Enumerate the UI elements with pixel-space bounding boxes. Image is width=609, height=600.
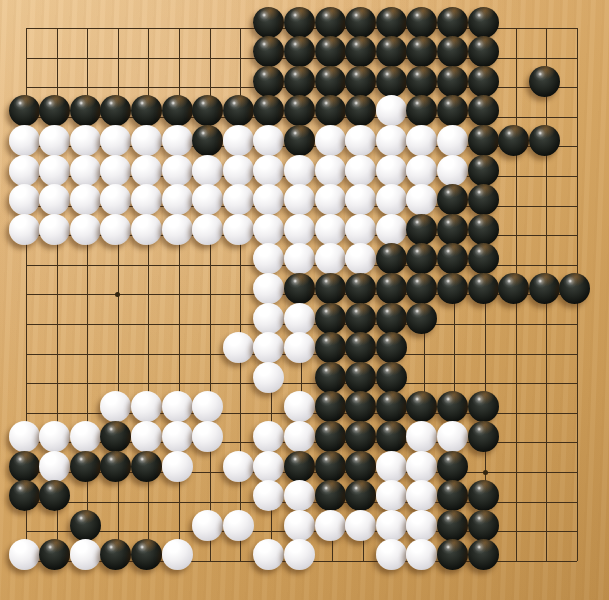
stone-white <box>315 510 346 541</box>
stone-white <box>315 155 346 186</box>
stone-white <box>253 214 284 245</box>
stone-white <box>345 243 376 274</box>
stone-white <box>284 155 315 186</box>
stone-black <box>315 362 346 393</box>
stone-black <box>406 391 437 422</box>
stone-black <box>315 273 346 304</box>
stone-black <box>468 125 499 156</box>
stone-white <box>376 451 407 482</box>
stone-black <box>345 273 376 304</box>
stone-white <box>70 421 101 452</box>
stone-white <box>376 184 407 215</box>
stone-black <box>70 510 101 541</box>
stone-black <box>406 214 437 245</box>
stone-white <box>162 155 193 186</box>
stone-black <box>345 480 376 511</box>
stone-white <box>131 391 162 422</box>
stone-white <box>192 214 223 245</box>
stone-white <box>162 421 193 452</box>
stone-black <box>39 480 70 511</box>
stone-black <box>345 332 376 363</box>
stone-white <box>223 214 254 245</box>
stone-white <box>9 155 40 186</box>
stone-white <box>376 510 407 541</box>
stone-white <box>9 539 40 570</box>
star-point <box>483 470 488 475</box>
stone-black <box>406 7 437 38</box>
stone-white <box>70 155 101 186</box>
stone-black <box>468 214 499 245</box>
stone-white <box>345 184 376 215</box>
stone-white <box>376 155 407 186</box>
stone-black <box>437 391 468 422</box>
stone-black <box>437 480 468 511</box>
stone-black <box>468 510 499 541</box>
stone-black <box>39 95 70 126</box>
stone-white <box>253 332 284 363</box>
stone-black <box>437 273 468 304</box>
stone-black <box>437 510 468 541</box>
stone-black <box>376 273 407 304</box>
stone-white <box>131 184 162 215</box>
stone-black <box>284 451 315 482</box>
stone-black <box>253 7 284 38</box>
go-board <box>0 0 609 600</box>
stone-black <box>468 36 499 67</box>
stone-black <box>468 273 499 304</box>
stone-black <box>406 95 437 126</box>
stone-white <box>162 391 193 422</box>
stone-white <box>406 539 437 570</box>
stone-white <box>162 214 193 245</box>
stone-black <box>284 66 315 97</box>
stone-black <box>468 66 499 97</box>
stone-white <box>376 95 407 126</box>
stone-white <box>39 451 70 482</box>
stone-white <box>223 155 254 186</box>
stone-white <box>253 451 284 482</box>
stone-white <box>437 155 468 186</box>
stone-black <box>498 125 529 156</box>
stone-black <box>376 7 407 38</box>
stone-black <box>498 273 529 304</box>
grid-line-horizontal <box>26 383 577 384</box>
stone-white <box>253 273 284 304</box>
stone-black <box>376 362 407 393</box>
stone-white <box>39 214 70 245</box>
stone-white <box>345 510 376 541</box>
stone-black <box>468 421 499 452</box>
stone-white <box>315 214 346 245</box>
stone-black <box>529 125 560 156</box>
stone-white <box>253 155 284 186</box>
stone-white <box>131 125 162 156</box>
stone-white <box>376 539 407 570</box>
stone-white <box>315 243 346 274</box>
stone-white <box>70 539 101 570</box>
stone-white <box>284 539 315 570</box>
stone-white <box>406 480 437 511</box>
stone-black <box>131 95 162 126</box>
stone-black <box>376 303 407 334</box>
stone-black <box>100 539 131 570</box>
stone-black <box>253 95 284 126</box>
stone-white <box>253 243 284 274</box>
stone-black <box>437 7 468 38</box>
stone-white <box>9 421 40 452</box>
stone-white <box>345 214 376 245</box>
stone-white <box>223 451 254 482</box>
stone-white <box>223 510 254 541</box>
stone-black <box>315 66 346 97</box>
stone-white <box>70 214 101 245</box>
stone-white <box>100 214 131 245</box>
stone-black <box>437 214 468 245</box>
stone-white <box>223 184 254 215</box>
stone-black <box>315 332 346 363</box>
stone-black <box>406 273 437 304</box>
stone-white <box>406 510 437 541</box>
stone-black <box>284 7 315 38</box>
stone-black <box>39 539 70 570</box>
stone-black <box>9 451 40 482</box>
stone-white <box>192 391 223 422</box>
stone-black <box>376 391 407 422</box>
stone-black <box>315 451 346 482</box>
stone-white <box>223 332 254 363</box>
stone-white <box>253 362 284 393</box>
stone-black <box>345 303 376 334</box>
stone-white <box>253 539 284 570</box>
stone-white <box>406 421 437 452</box>
stone-black <box>437 184 468 215</box>
stone-white <box>39 184 70 215</box>
stone-white <box>223 125 254 156</box>
stone-black <box>100 421 131 452</box>
stone-black <box>376 66 407 97</box>
stone-white <box>100 125 131 156</box>
stone-black <box>315 7 346 38</box>
stone-white <box>376 125 407 156</box>
stone-black <box>376 243 407 274</box>
stone-white <box>162 451 193 482</box>
stone-white <box>437 125 468 156</box>
stone-white <box>253 480 284 511</box>
stone-black <box>315 391 346 422</box>
stone-white <box>192 510 223 541</box>
stone-white <box>284 184 315 215</box>
stone-black <box>223 95 254 126</box>
stone-white <box>284 391 315 422</box>
stone-black <box>315 95 346 126</box>
stone-black <box>9 480 40 511</box>
stone-white <box>406 155 437 186</box>
stone-black <box>131 539 162 570</box>
stone-black <box>437 451 468 482</box>
stone-black <box>284 36 315 67</box>
stone-black <box>315 421 346 452</box>
stone-white <box>437 421 468 452</box>
stone-black <box>345 36 376 67</box>
stone-black <box>468 155 499 186</box>
stone-black <box>9 95 40 126</box>
stone-white <box>9 125 40 156</box>
stone-black <box>468 7 499 38</box>
stone-black <box>406 303 437 334</box>
stone-black <box>468 95 499 126</box>
stone-black <box>437 539 468 570</box>
stone-black <box>345 362 376 393</box>
stone-white <box>284 421 315 452</box>
stone-black <box>468 539 499 570</box>
stone-white <box>345 125 376 156</box>
stone-white <box>376 214 407 245</box>
go-board-photo <box>0 0 609 600</box>
stone-white <box>131 421 162 452</box>
stone-black <box>437 36 468 67</box>
stone-black <box>253 66 284 97</box>
stone-white <box>345 155 376 186</box>
stone-black <box>437 66 468 97</box>
stone-white <box>39 125 70 156</box>
stone-white <box>253 303 284 334</box>
stone-black <box>100 95 131 126</box>
stone-white <box>406 125 437 156</box>
stone-white <box>100 184 131 215</box>
stone-white <box>9 214 40 245</box>
stone-black <box>192 125 223 156</box>
stone-black <box>284 95 315 126</box>
stone-white <box>253 125 284 156</box>
stone-black <box>345 391 376 422</box>
stone-white <box>70 184 101 215</box>
stone-black <box>162 95 193 126</box>
stone-white <box>284 214 315 245</box>
stone-black <box>315 303 346 334</box>
stone-black <box>345 421 376 452</box>
stone-white <box>162 539 193 570</box>
stone-black <box>529 273 560 304</box>
stone-black <box>345 95 376 126</box>
stone-white <box>253 421 284 452</box>
stone-white <box>406 184 437 215</box>
stone-black <box>376 332 407 363</box>
stone-black <box>406 36 437 67</box>
stone-black <box>437 95 468 126</box>
stone-black <box>406 66 437 97</box>
stone-black <box>284 125 315 156</box>
stone-white <box>376 480 407 511</box>
stone-white <box>284 480 315 511</box>
stone-black <box>468 184 499 215</box>
stone-white <box>315 184 346 215</box>
stone-white <box>9 184 40 215</box>
stone-white <box>131 155 162 186</box>
stone-black <box>253 36 284 67</box>
stone-black <box>437 243 468 274</box>
stone-black <box>131 451 162 482</box>
stone-black <box>345 7 376 38</box>
stone-white <box>192 184 223 215</box>
stone-black <box>376 421 407 452</box>
stone-white <box>284 510 315 541</box>
stone-white <box>284 243 315 274</box>
star-point <box>115 292 120 297</box>
stone-black <box>100 451 131 482</box>
stone-white <box>192 421 223 452</box>
stone-black <box>315 36 346 67</box>
stone-white <box>315 125 346 156</box>
stone-black <box>529 66 560 97</box>
stone-black <box>468 480 499 511</box>
stone-black <box>376 36 407 67</box>
stone-black <box>559 273 590 304</box>
stone-white <box>100 391 131 422</box>
stone-white <box>162 184 193 215</box>
stone-white <box>406 451 437 482</box>
stone-black <box>284 273 315 304</box>
stone-white <box>284 332 315 363</box>
stone-black <box>315 480 346 511</box>
stone-black <box>70 95 101 126</box>
stone-white <box>39 421 70 452</box>
stone-white <box>39 155 70 186</box>
stone-white <box>100 155 131 186</box>
stone-black <box>468 391 499 422</box>
stone-white <box>192 155 223 186</box>
stone-black <box>70 451 101 482</box>
stone-black <box>345 451 376 482</box>
stone-black <box>406 243 437 274</box>
stone-white <box>70 125 101 156</box>
stone-black <box>468 243 499 274</box>
stone-white <box>131 214 162 245</box>
stone-black <box>345 66 376 97</box>
stone-black <box>192 95 223 126</box>
stone-white <box>284 303 315 334</box>
stone-white <box>162 125 193 156</box>
stone-white <box>253 184 284 215</box>
